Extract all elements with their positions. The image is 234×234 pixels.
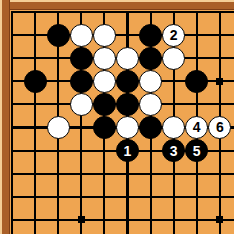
stone-move-number: 6 — [216, 120, 224, 134]
stone-white — [70, 93, 93, 116]
stone-black — [116, 70, 139, 93]
stone-white-move-6: 6 — [208, 116, 231, 139]
stone-move-number: 2 — [170, 28, 178, 42]
stone-black — [139, 24, 162, 47]
stone-black — [24, 70, 47, 93]
stone-white-move-2: 2 — [162, 24, 185, 47]
stone-black-move-3: 3 — [162, 139, 185, 162]
stone-white — [93, 70, 116, 93]
stone-move-number: 4 — [193, 120, 201, 134]
stone-white — [162, 47, 185, 70]
stone-white — [139, 93, 162, 116]
stone-white — [116, 116, 139, 139]
stone-black — [139, 116, 162, 139]
stone-white — [139, 70, 162, 93]
stone-white — [116, 47, 139, 70]
stone-black-move-1: 1 — [116, 139, 139, 162]
stone-black — [70, 70, 93, 93]
stone-black-move-5: 5 — [185, 139, 208, 162]
stone-white — [93, 47, 116, 70]
stone-move-number: 3 — [170, 144, 178, 158]
stone-black — [93, 93, 116, 116]
go-board: 246135 — [0, 0, 234, 234]
stone-black — [93, 116, 116, 139]
stone-move-number: 5 — [193, 144, 201, 158]
stone-white — [93, 24, 116, 47]
stone-black — [47, 24, 70, 47]
stone-black — [116, 93, 139, 116]
stone-white — [47, 116, 70, 139]
stone-white-move-4: 4 — [185, 116, 208, 139]
stone-black — [185, 70, 208, 93]
stone-move-number: 1 — [124, 144, 132, 158]
stone-black — [139, 47, 162, 70]
stone-white — [70, 24, 93, 47]
stones-layer: 246135 — [0, 0, 231, 231]
stone-black — [70, 47, 93, 70]
stone-white — [162, 116, 185, 139]
